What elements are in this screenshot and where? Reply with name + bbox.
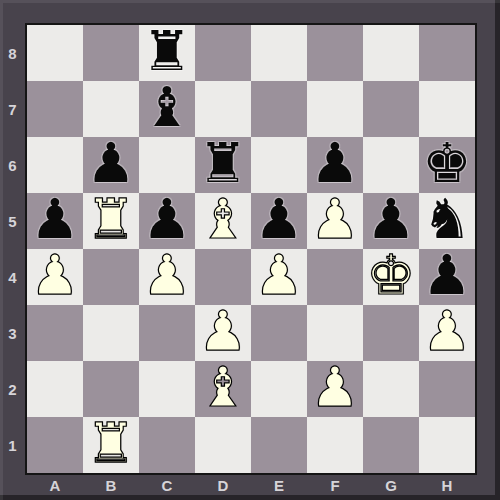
square-a3[interactable] (27, 305, 83, 361)
piece-white-pawn[interactable]: ♟ (142, 248, 191, 303)
square-c5[interactable]: ♟ (139, 193, 195, 249)
rank-label-8: 8 (0, 25, 25, 81)
piece-white-bishop[interactable]: ♝ (198, 192, 247, 247)
piece-white-pawn[interactable]: ♟ (198, 304, 247, 359)
piece-black-rook[interactable]: ♜ (198, 136, 247, 191)
square-b3[interactable] (83, 305, 139, 361)
square-d3[interactable]: ♟ (195, 305, 251, 361)
square-a4[interactable]: ♟ (27, 249, 83, 305)
square-h1[interactable] (419, 417, 475, 473)
square-g6[interactable] (363, 137, 419, 193)
piece-black-pawn[interactable]: ♟ (422, 248, 471, 303)
square-e4[interactable]: ♟ (251, 249, 307, 305)
piece-black-pawn[interactable]: ♟ (86, 136, 135, 191)
file-label-h: H (419, 473, 475, 497)
square-e8[interactable] (251, 25, 307, 81)
square-f2[interactable]: ♟ (307, 361, 363, 417)
piece-black-pawn[interactable]: ♟ (30, 192, 79, 247)
square-h7[interactable] (419, 81, 475, 137)
piece-black-king[interactable]: ♚ (422, 136, 471, 191)
square-e3[interactable] (251, 305, 307, 361)
square-e7[interactable] (251, 81, 307, 137)
square-c8[interactable]: ♜ (139, 25, 195, 81)
piece-white-rook[interactable]: ♜ (86, 416, 135, 471)
rank-label-2: 2 (0, 361, 25, 417)
square-a2[interactable] (27, 361, 83, 417)
square-b8[interactable] (83, 25, 139, 81)
piece-black-bishop[interactable]: ♝ (142, 80, 191, 135)
piece-white-rook[interactable]: ♜ (86, 192, 135, 247)
square-g5[interactable]: ♟ (363, 193, 419, 249)
square-d7[interactable] (195, 81, 251, 137)
square-a7[interactable] (27, 81, 83, 137)
square-g1[interactable] (363, 417, 419, 473)
square-h6[interactable]: ♚ (419, 137, 475, 193)
square-e2[interactable] (251, 361, 307, 417)
square-b2[interactable] (83, 361, 139, 417)
piece-black-pawn[interactable]: ♟ (142, 192, 191, 247)
file-label-e: E (251, 473, 307, 497)
square-d8[interactable] (195, 25, 251, 81)
square-e5[interactable]: ♟ (251, 193, 307, 249)
piece-black-rook[interactable]: ♜ (142, 24, 191, 79)
square-f6[interactable]: ♟ (307, 137, 363, 193)
square-c7[interactable]: ♝ (139, 81, 195, 137)
rank-labels: 87654321 (0, 25, 25, 473)
file-label-g: G (363, 473, 419, 497)
rank-label-1: 1 (0, 417, 25, 473)
square-b4[interactable] (83, 249, 139, 305)
square-c1[interactable] (139, 417, 195, 473)
file-label-f: F (307, 473, 363, 497)
square-g7[interactable] (363, 81, 419, 137)
piece-black-pawn[interactable]: ♟ (254, 192, 303, 247)
square-g2[interactable] (363, 361, 419, 417)
square-a5[interactable]: ♟ (27, 193, 83, 249)
square-g8[interactable] (363, 25, 419, 81)
square-h4[interactable]: ♟ (419, 249, 475, 305)
rank-label-3: 3 (0, 305, 25, 361)
rank-label-4: 4 (0, 249, 25, 305)
square-f3[interactable] (307, 305, 363, 361)
rank-label-5: 5 (0, 193, 25, 249)
square-f7[interactable] (307, 81, 363, 137)
square-b6[interactable]: ♟ (83, 137, 139, 193)
square-h2[interactable] (419, 361, 475, 417)
piece-white-pawn[interactable]: ♟ (30, 248, 79, 303)
square-e1[interactable] (251, 417, 307, 473)
piece-white-pawn[interactable]: ♟ (310, 192, 359, 247)
file-label-a: A (27, 473, 83, 497)
square-h5[interactable]: ♞ (419, 193, 475, 249)
square-d4[interactable] (195, 249, 251, 305)
square-a6[interactable] (27, 137, 83, 193)
square-e6[interactable] (251, 137, 307, 193)
square-f8[interactable] (307, 25, 363, 81)
square-g3[interactable] (363, 305, 419, 361)
piece-white-king[interactable]: ♚ (366, 248, 415, 303)
piece-white-pawn[interactable]: ♟ (422, 304, 471, 359)
square-b5[interactable]: ♜ (83, 193, 139, 249)
square-g4[interactable]: ♚ (363, 249, 419, 305)
square-d1[interactable] (195, 417, 251, 473)
square-f4[interactable] (307, 249, 363, 305)
file-label-b: B (83, 473, 139, 497)
file-label-c: C (139, 473, 195, 497)
piece-white-pawn[interactable]: ♟ (254, 248, 303, 303)
piece-black-knight[interactable]: ♞ (422, 192, 471, 247)
piece-black-pawn[interactable]: ♟ (310, 136, 359, 191)
square-c3[interactable] (139, 305, 195, 361)
piece-white-pawn[interactable]: ♟ (310, 360, 359, 415)
piece-black-pawn[interactable]: ♟ (366, 192, 415, 247)
square-d5[interactable]: ♝ (195, 193, 251, 249)
file-label-d: D (195, 473, 251, 497)
square-d2[interactable]: ♝ (195, 361, 251, 417)
square-b7[interactable] (83, 81, 139, 137)
square-f1[interactable] (307, 417, 363, 473)
chess-board: ♜♝♟♜♟♚♟♜♟♝♟♟♟♞♟♟♟♚♟♟♟♝♟♜ (25, 23, 477, 475)
square-b1[interactable]: ♜ (83, 417, 139, 473)
square-f5[interactable]: ♟ (307, 193, 363, 249)
piece-white-bishop[interactable]: ♝ (198, 360, 247, 415)
square-c6[interactable] (139, 137, 195, 193)
square-h8[interactable] (419, 25, 475, 81)
square-a8[interactable] (27, 25, 83, 81)
square-d6[interactable]: ♜ (195, 137, 251, 193)
rank-label-6: 6 (0, 137, 25, 193)
square-h3[interactable]: ♟ (419, 305, 475, 361)
file-labels: ABCDEFGH (27, 473, 475, 497)
square-c4[interactable]: ♟ (139, 249, 195, 305)
square-c2[interactable] (139, 361, 195, 417)
square-a1[interactable] (27, 417, 83, 473)
rank-label-7: 7 (0, 81, 25, 137)
